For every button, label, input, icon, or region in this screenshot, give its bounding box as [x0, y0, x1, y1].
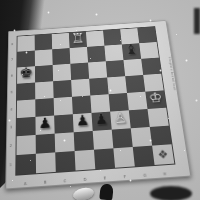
square-h5[interactable]: [143, 74, 163, 92]
square-g7[interactable]: ♝: [122, 43, 141, 60]
square-c2[interactable]: [55, 132, 75, 152]
square-d2[interactable]: [74, 131, 94, 151]
square-a2[interactable]: [16, 135, 35, 155]
square-b8[interactable]: [35, 34, 53, 50]
square-a5[interactable]: [17, 83, 35, 101]
square-h1[interactable]: ❖: [152, 144, 174, 165]
square-d4[interactable]: [72, 96, 92, 115]
file-label-h: H: [154, 171, 175, 177]
square-b7[interactable]: [35, 49, 53, 66]
square-c3[interactable]: [54, 114, 74, 133]
square-b3[interactable]: ♟: [35, 116, 54, 135]
square-f3[interactable]: ♙: [110, 110, 131, 129]
rank-label-6: 6: [8, 67, 15, 84]
square-e3[interactable]: ♟: [91, 112, 111, 131]
square-b1[interactable]: [36, 152, 56, 173]
square-f7[interactable]: [104, 44, 123, 61]
square-g5[interactable]: [125, 75, 145, 93]
square-g3[interactable]: [129, 109, 150, 128]
square-h8[interactable]: [137, 27, 156, 43]
square-d8[interactable]: ♖: [69, 32, 87, 48]
square-d7[interactable]: [70, 47, 88, 64]
square-a4[interactable]: [17, 99, 36, 118]
rank-label-4: 4: [7, 100, 15, 118]
file-label-a: A: [15, 180, 35, 186]
board-mat: 87654321 ♖♝♚♔♟♟♟♙❖ ABCDEFGH illegible br…: [5, 20, 191, 189]
rank-label-3: 3: [7, 117, 15, 136]
square-d3[interactable]: ♟: [73, 113, 93, 132]
square-e1[interactable]: [94, 148, 115, 169]
square-e4[interactable]: [90, 94, 110, 113]
square-h6[interactable]: [141, 58, 161, 75]
chessboard: 87654321 ♖♝♚♔♟♟♟♙❖ ABCDEFGH illegible br…: [5, 20, 191, 189]
rank-label-1: 1: [6, 154, 14, 174]
square-b4[interactable]: [35, 98, 54, 117]
square-h3[interactable]: [147, 108, 168, 127]
square-e2[interactable]: [93, 130, 114, 150]
square-f5[interactable]: [107, 76, 127, 94]
square-e7[interactable]: [87, 46, 106, 63]
square-h2[interactable]: [150, 126, 172, 146]
square-g4[interactable]: [127, 92, 148, 111]
square-a1[interactable]: [16, 154, 36, 175]
background-object: [194, 8, 200, 34]
square-f8[interactable]: [103, 29, 122, 45]
rank-label-8: 8: [9, 36, 16, 52]
file-label-c: C: [55, 178, 75, 184]
file-label-f: F: [115, 173, 135, 179]
offboard-black-piece-shadow: [150, 186, 192, 200]
square-c6[interactable]: [53, 64, 71, 81]
square-a7[interactable]: [17, 51, 35, 68]
square-f6[interactable]: [106, 60, 125, 77]
square-g8[interactable]: [120, 28, 139, 44]
square-b5[interactable]: [35, 81, 54, 99]
square-c5[interactable]: [53, 80, 72, 98]
square-h4[interactable]: ♔: [145, 90, 166, 109]
square-c4[interactable]: [54, 97, 73, 116]
square-e6[interactable]: [88, 61, 107, 78]
rank-label-2: 2: [7, 135, 15, 154]
square-e8[interactable]: [86, 31, 104, 47]
board-grid: ♖♝♚♔♟♟♟♙❖: [15, 26, 175, 176]
square-f4[interactable]: [109, 93, 129, 112]
square-f2[interactable]: [112, 128, 133, 148]
square-d1[interactable]: [75, 150, 96, 171]
square-a6[interactable]: ♚: [17, 66, 35, 84]
square-a3[interactable]: [17, 117, 36, 136]
square-g2[interactable]: [131, 127, 152, 147]
square-g6[interactable]: [123, 59, 143, 76]
rank-label-5: 5: [8, 83, 16, 100]
square-d6[interactable]: [70, 63, 89, 80]
square-a8[interactable]: [17, 35, 34, 51]
square-b6[interactable]: [35, 65, 53, 83]
white-rook-piece: ♖: [69, 29, 87, 48]
corner-ornament: ❖: [152, 144, 174, 165]
rank-labels: 87654321: [6, 36, 15, 174]
square-d5[interactable]: [71, 79, 90, 97]
square-g1[interactable]: [133, 146, 155, 167]
file-label-d: D: [75, 176, 95, 182]
file-label-e: E: [95, 175, 115, 181]
square-h7[interactable]: [139, 42, 159, 59]
square-c1[interactable]: [55, 151, 75, 172]
rank-label-7: 7: [8, 51, 15, 67]
square-c8[interactable]: [52, 33, 70, 49]
square-f1[interactable]: [113, 147, 134, 168]
square-b2[interactable]: [36, 134, 56, 154]
square-c7[interactable]: [52, 48, 70, 65]
file-label-b: B: [35, 179, 55, 185]
square-e5[interactable]: [89, 77, 108, 95]
offboard-black-piece: [99, 183, 114, 200]
file-label-g: G: [135, 172, 156, 178]
